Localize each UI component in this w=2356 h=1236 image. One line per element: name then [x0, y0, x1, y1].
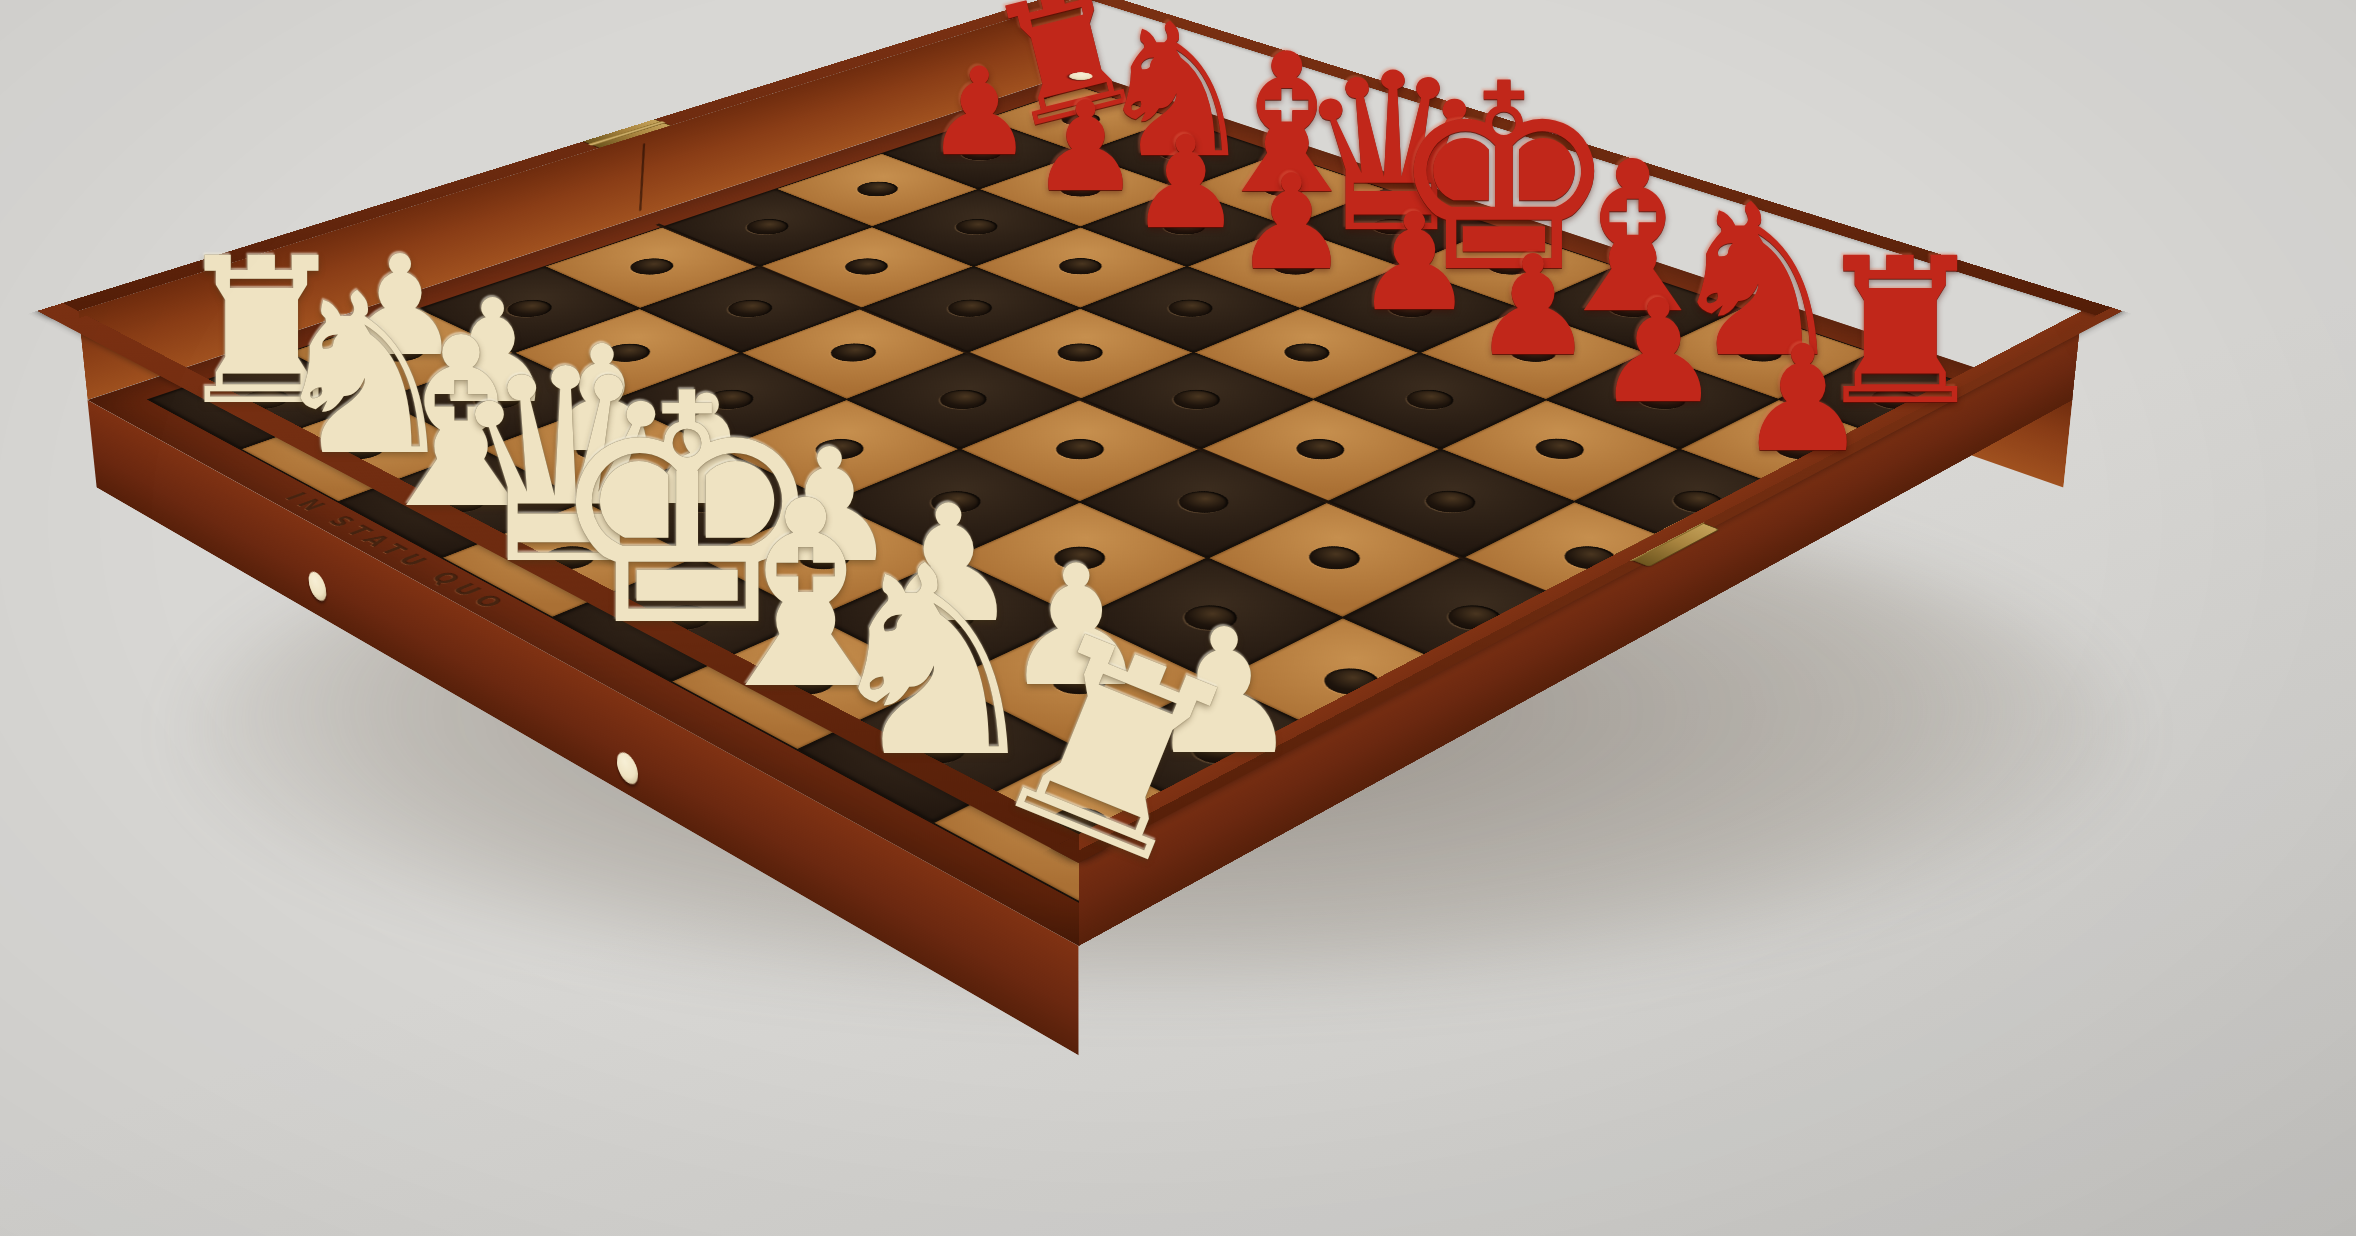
piece-red-pawn[interactable]: ♟ — [1737, 327, 1869, 474]
piece-red-pawn[interactable]: ♟ — [1233, 157, 1351, 288]
pieces-layer: ♜♞♝♛♚♝♞♜♟♟♟♟♟♟♟♟♟♟♟♟♟♟♟♟♜♞♝♛♚♝♞♜ — [0, 0, 2356, 1236]
piece-red-pawn[interactable]: ♟ — [925, 52, 1034, 173]
piece-red-pawn[interactable]: ♟ — [1595, 281, 1723, 424]
piece-red-pawn[interactable]: ♟ — [1129, 120, 1243, 248]
piece-red-pawn[interactable]: ♟ — [1030, 85, 1142, 209]
piece-red-pawn[interactable]: ♟ — [1354, 196, 1475, 331]
piece-red-pawn[interactable]: ♟ — [1471, 237, 1595, 375]
